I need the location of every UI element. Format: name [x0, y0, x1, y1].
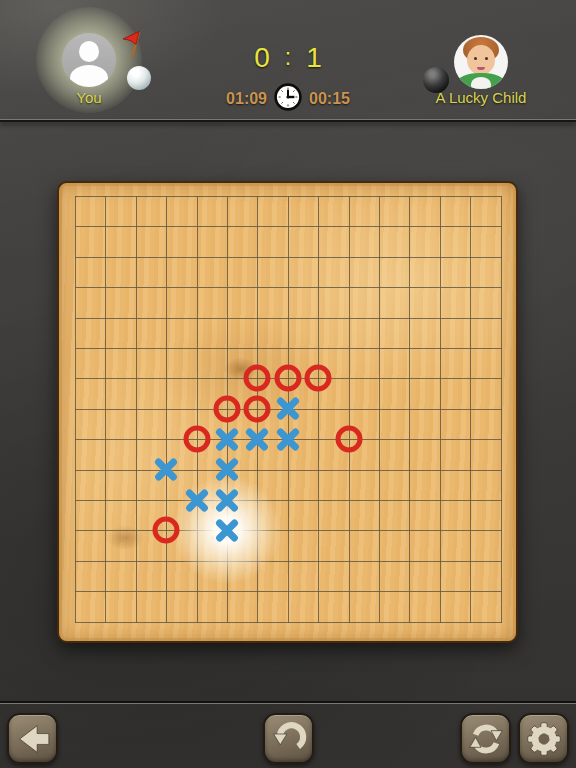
- gomoku-board[interactable]: [57, 181, 518, 643]
- baby-face-icon: [467, 45, 495, 75]
- o-mark: [244, 365, 271, 392]
- white-stone-icon: [127, 66, 151, 90]
- header: You 0 : 1 01:09 00:15 A Lucky Child: [0, 0, 576, 120]
- x-mark: [213, 425, 241, 453]
- score-right: 1: [306, 42, 322, 74]
- header-divider: [0, 119, 576, 122]
- gear-icon: [524, 719, 564, 759]
- score: 0 : 1: [208, 42, 368, 74]
- restart-icon: [466, 719, 506, 759]
- x-mark: [152, 456, 180, 484]
- o-mark: [214, 395, 241, 422]
- red-flag-icon: [119, 29, 151, 61]
- back-button[interactable]: [7, 713, 58, 764]
- clock-icon: [274, 83, 302, 111]
- o-mark: [244, 395, 271, 422]
- x-mark: [183, 486, 211, 514]
- settings-button[interactable]: [518, 713, 569, 764]
- player-opponent-name: A Lucky Child: [411, 89, 551, 106]
- timer-you: 01:09: [195, 90, 267, 108]
- undo-button[interactable]: [263, 713, 314, 764]
- person-silhouette-icon: [79, 41, 99, 62]
- x-mark: [213, 486, 241, 514]
- o-mark: [153, 517, 180, 544]
- score-left: 0: [254, 42, 270, 74]
- x-mark: [243, 425, 271, 453]
- x-mark: [213, 516, 241, 544]
- restart-button[interactable]: [460, 713, 511, 764]
- x-mark: [274, 425, 302, 453]
- player-opponent-avatar: [454, 35, 508, 89]
- undo-arrow-icon: [269, 719, 309, 759]
- player-you-avatar: [62, 33, 116, 87]
- x-mark: [213, 456, 241, 484]
- o-mark: [274, 365, 301, 392]
- timer-opponent: 00:15: [309, 90, 381, 108]
- x-mark: [274, 395, 302, 423]
- o-mark: [335, 426, 362, 453]
- player-you-name: You: [39, 89, 139, 106]
- score-separator: :: [285, 42, 291, 74]
- footer-toolbar: [0, 704, 576, 768]
- back-arrow-icon: [13, 719, 53, 759]
- o-mark: [183, 426, 210, 453]
- o-mark: [305, 365, 332, 392]
